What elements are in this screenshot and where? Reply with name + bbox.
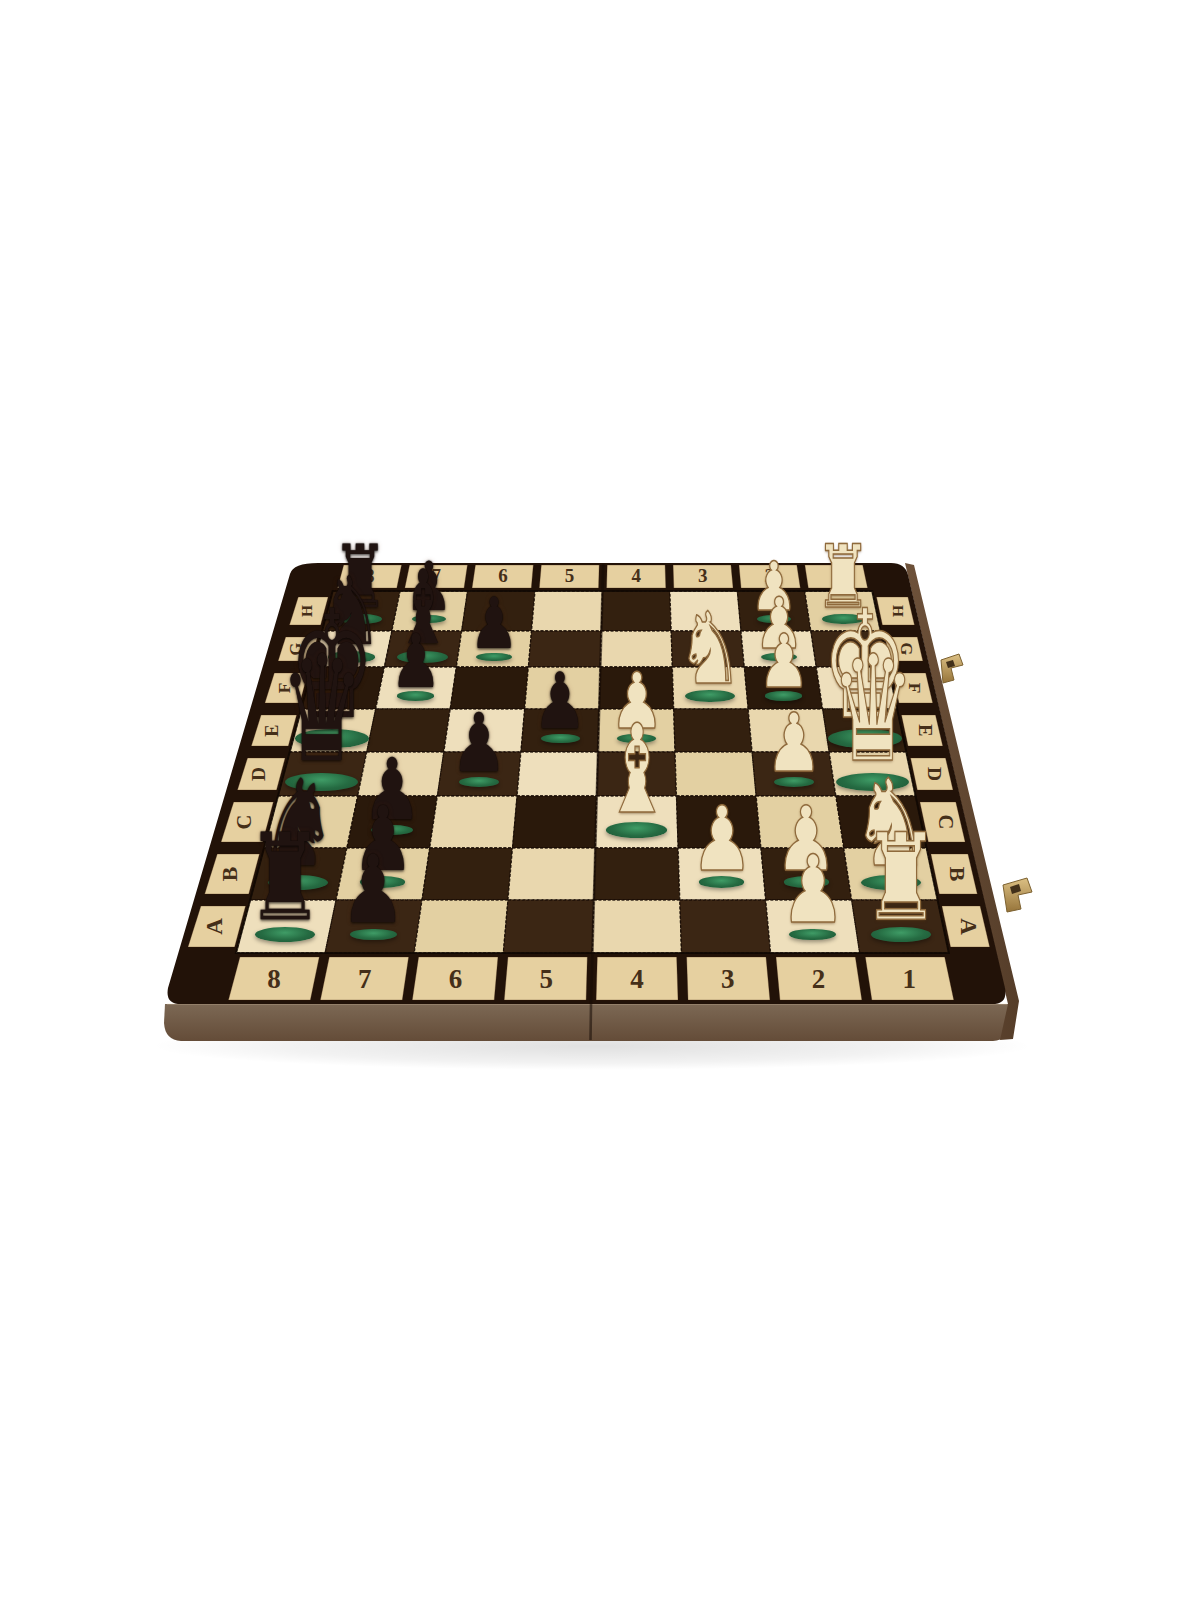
rank-label-far-5: 5 [565, 565, 575, 586]
pawn-glyph: ♟ [780, 843, 846, 937]
rook-glyph: ♜ [862, 816, 940, 936]
bishop-glyph: ♝ [603, 709, 671, 832]
rank-label-far-4: 4 [631, 565, 641, 586]
square-b5 [508, 848, 595, 900]
square-e3 [674, 709, 752, 752]
square-h4 [601, 591, 671, 631]
file-label-right-B: B [945, 867, 969, 882]
rank-label-far-3: 3 [698, 565, 708, 586]
brass-latch-hook-icon [1003, 878, 1032, 912]
square-a6 [414, 900, 508, 953]
pawn-glyph: ♟ [390, 624, 442, 698]
square-d5 [517, 752, 598, 796]
file-label-right-A: A [956, 918, 982, 935]
rank-label-near-4: 4 [630, 964, 644, 994]
pawn-glyph: ♟ [758, 624, 810, 698]
rank-label-near-6: 6 [449, 964, 463, 994]
pawn-glyph: ♟ [533, 663, 587, 741]
pawn-glyph: ♟ [690, 795, 753, 885]
pawn-glyph: ♟ [766, 703, 823, 784]
rank-label-near-3: 3 [721, 964, 735, 994]
brass-latch-hook-icon [941, 654, 963, 683]
file-label-left-A: A [201, 918, 227, 935]
file-label-left-E: E [262, 724, 282, 736]
rook-glyph: ♜ [247, 816, 325, 936]
rank-label-near-8: 8 [267, 964, 281, 994]
square-a3 [680, 900, 771, 953]
box-side-front [164, 1004, 1010, 1041]
square-a4 [592, 900, 681, 953]
product-photo-scene: 8877665544332211HHGGFFEEDDCCBBAA ♜♟♟♜♞♝♟… [0, 0, 1200, 1600]
rank-label-near-1: 1 [903, 964, 917, 994]
square-a5 [503, 900, 594, 953]
rank-label-near-7: 7 [358, 964, 372, 994]
rank-label-near-5: 5 [539, 964, 553, 994]
file-label-right-E: E [915, 724, 935, 736]
square-h5 [532, 591, 603, 631]
pawn-glyph: ♟ [451, 703, 508, 784]
pawn-glyph: ♟ [469, 588, 519, 659]
rank-label-near-2: 2 [812, 964, 826, 994]
square-b6 [422, 848, 512, 900]
knight-glyph: ♞ [677, 599, 743, 699]
folding-chessboard: 8877665544332211HHGGFFEEDDCCBBAA [0, 0, 1200, 1600]
file-label-left-B: B [218, 867, 242, 882]
square-c6 [430, 796, 517, 848]
square-c5 [513, 796, 597, 848]
pawn-glyph: ♟ [341, 843, 407, 937]
square-b4 [594, 848, 680, 900]
